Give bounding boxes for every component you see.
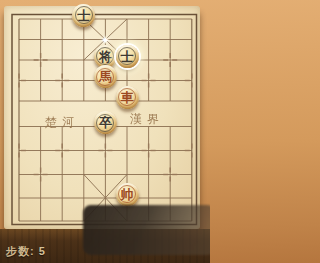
piece-glyph: 士 bbox=[72, 4, 95, 27]
red-general[interactable]: 帅 bbox=[116, 183, 139, 206]
river-label-chu-he: 楚河 bbox=[45, 114, 79, 131]
dark-overlay bbox=[83, 205, 210, 255]
move-counter: 步数:5 bbox=[6, 244, 46, 259]
black-advisor-moved[interactable]: 士 bbox=[116, 45, 139, 68]
move-counter-value: 5 bbox=[39, 245, 46, 257]
piece-glyph: 馬 bbox=[94, 65, 117, 88]
piece-glyph: 卒 bbox=[94, 111, 117, 134]
move-counter-label: 步数: bbox=[6, 245, 35, 257]
piece-glyph: 士 bbox=[116, 45, 139, 68]
river-label-han-jie: 漢界 bbox=[130, 111, 164, 128]
black-advisor[interactable]: 士 bbox=[72, 4, 95, 27]
piece-glyph: 車 bbox=[116, 86, 139, 109]
black-soldier[interactable]: 卒 bbox=[94, 111, 117, 134]
red-chariot[interactable]: 車 bbox=[116, 86, 139, 109]
piece-glyph: 帅 bbox=[116, 183, 139, 206]
red-horse[interactable]: 馬 bbox=[94, 65, 117, 88]
